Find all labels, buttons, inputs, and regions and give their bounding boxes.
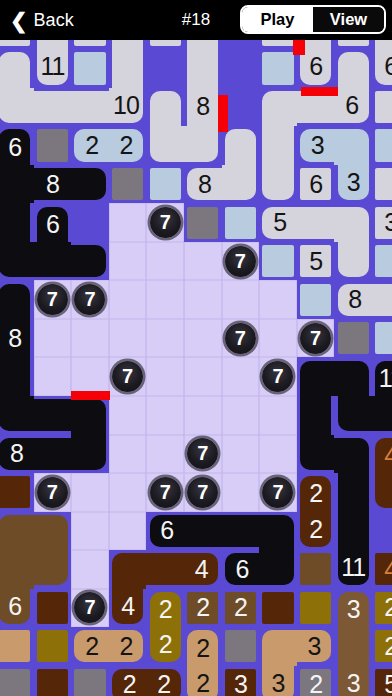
cell-r2c1[interactable] [34,91,72,123]
cell-r6c7[interactable] [262,245,293,277]
cell-r4c9[interactable]: 3 [338,165,369,200]
cell-r14c0[interactable] [0,550,34,589]
cell-r14c5[interactable]: 4 [184,553,218,585]
back-label: Back [34,10,74,31]
cell-r15c1[interactable] [37,592,68,624]
path-number: 3 [347,671,360,696]
clue-dot[interactable]: 7 [187,438,218,469]
path-number: 6 [160,518,173,543]
cell-r10c10[interactable] [372,396,392,431]
cell-r2c5[interactable]: 8 [187,88,218,127]
cell-r17c1[interactable] [37,669,68,696]
cell-r9c3[interactable]: 7 [109,357,147,396]
cell-r7c7[interactable] [259,280,297,319]
cell-r7c9[interactable]: 8 [338,284,372,316]
cell-r5c6[interactable] [225,207,256,239]
cell-r13c9[interactable] [338,512,369,551]
puzzle-board[interactable]: 1186116610866223886367537577887777118747… [0,11,392,696]
cell-r12c5[interactable]: 7 [184,473,222,512]
cell-r15c4[interactable]: 2 [150,592,181,627]
clue-dot[interactable]: 7 [112,361,143,392]
cell-r7c6[interactable] [222,280,260,319]
cell-r3c0[interactable]: 6 [0,129,30,164]
cell-r16c1[interactable] [37,630,68,662]
app-screen: 1186116610866223886367537577887777118747… [0,0,392,696]
cell-r10c5[interactable] [184,396,222,435]
cell-r3c8[interactable]: 3 [300,129,334,161]
cell-r1c5[interactable] [187,49,218,88]
cell-r11c1[interactable] [34,438,72,470]
path-number: 6 [309,172,322,197]
mode-segmented-control: Play View [240,5,386,34]
cell-r13c6[interactable] [222,515,260,547]
cell-r9c7[interactable]: 7 [259,357,297,396]
cell-r7c5[interactable] [184,280,222,319]
path-number: 2 [85,634,98,659]
cell-r15c8[interactable] [300,592,331,624]
path-number: 3 [311,133,324,158]
cell-r9c10[interactable]: 11 [375,361,392,396]
path-number: 4 [121,594,134,619]
cell-r8c9[interactable] [338,322,369,354]
path-number: 6 [384,54,392,79]
cell-r17c10[interactable]: 5 [375,669,392,696]
cell-r8c7[interactable] [259,319,297,358]
cell-r3c6[interactable] [225,129,256,164]
path-number: 4 [195,557,208,582]
cell-r14c4[interactable] [146,553,184,585]
clue-dot[interactable]: 7 [262,361,293,392]
cell-r9c8[interactable] [300,361,334,396]
clue-dot[interactable]: 7 [150,477,181,508]
path-number: 2 [123,672,136,696]
cell-r4c1[interactable]: 8 [34,168,72,200]
clue-dot[interactable]: 7 [225,246,256,277]
cell-r10c9[interactable] [338,396,372,431]
cell-r6c9[interactable] [338,242,369,277]
cell-r4c2[interactable] [71,168,105,200]
puzzle-number-title: #18 [182,0,210,40]
back-button[interactable]: ❮ Back [10,0,74,40]
cell-r7c0[interactable] [0,284,30,319]
cell-r6c0[interactable] [0,242,34,277]
cell-r14c8[interactable] [300,553,331,585]
cell-r9c9[interactable] [334,361,368,396]
clue-dot[interactable]: 7 [150,207,181,238]
cell-r11c5[interactable]: 7 [184,435,222,474]
path-number: 8 [348,287,361,312]
cell-r8c6[interactable]: 7 [222,319,260,358]
cell-r4c3[interactable] [112,168,143,200]
cell-r8c1[interactable] [34,319,72,358]
cell-r10c0[interactable] [0,396,34,431]
red-marker [301,87,338,96]
cell-r15c7[interactable] [262,592,293,624]
cell-r12c4[interactable]: 7 [146,473,184,512]
cell-r8c3[interactable] [109,319,147,358]
cell-r6c6[interactable]: 7 [222,242,260,281]
path-number: 3 [308,634,321,659]
path-number: 5 [309,249,322,274]
cell-r11c0[interactable]: 8 [0,438,34,470]
cell-r1c0[interactable] [0,52,30,87]
cell-r7c1[interactable]: 7 [34,280,72,319]
cell-r5c7[interactable]: 5 [262,207,296,239]
cell-r15c2[interactable]: 7 [71,589,109,628]
cell-r10c2[interactable] [71,399,105,434]
cell-r3c5[interactable] [184,126,218,161]
cell-r3c7[interactable] [262,126,293,165]
cell-r12c9[interactable] [338,473,369,512]
path-number: 6 [309,54,322,79]
cell-r14c6[interactable]: 6 [225,553,259,585]
cell-r15c0[interactable]: 6 [0,589,30,624]
cell-r15c3[interactable]: 4 [112,589,143,624]
red-marker [218,95,228,132]
cell-r1c7[interactable] [262,52,293,84]
cell-r11c3[interactable] [109,435,147,474]
cell-r10c4[interactable] [146,396,184,435]
cell-r12c1[interactable]: 7 [34,473,72,512]
cell-r13c1[interactable] [34,515,68,550]
path-number: 8 [196,94,209,119]
path-number: 6 [8,594,21,619]
cell-r13c2[interactable] [71,512,109,551]
cell-r8c0[interactable]: 8 [0,319,30,358]
cell-r4c5[interactable]: 8 [187,168,221,200]
cell-r9c5[interactable] [184,357,222,396]
cell-r17c6[interactable]: 3 [225,669,256,696]
clue-dot[interactable]: 7 [37,284,68,315]
cell-r14c9[interactable]: 11 [338,550,369,585]
cell-r3c1[interactable] [37,129,68,161]
cell-r17c8[interactable]: 2 [300,669,331,696]
path-number: 2 [85,133,98,158]
cell-r16c4[interactable]: 2 [150,627,181,662]
cell-r2c10[interactable] [375,91,392,123]
cell-r13c3[interactable] [109,512,147,551]
path-number: 2 [159,632,172,657]
cell-r17c5[interactable]: 2 [187,666,218,696]
cell-r4c10[interactable] [375,168,392,200]
path-number: 2 [120,634,133,659]
cell-r17c7[interactable]: 3 [262,666,293,696]
cell-r2c2[interactable] [71,91,109,123]
path-number: 2 [309,481,322,506]
cell-r15c5[interactable]: 2 [187,592,218,624]
cell-r6c4[interactable] [146,242,184,281]
path-number: 3 [347,170,360,195]
cell-r16c2[interactable]: 2 [74,630,108,662]
tab-play[interactable]: Play [242,7,313,32]
path-number: 2 [384,634,392,659]
path-number: 3 [384,210,392,235]
cell-r10c6[interactable] [222,396,260,435]
cell-r6c3[interactable] [109,242,147,281]
cell-r6c1[interactable] [34,242,72,277]
cell-r2c3[interactable]: 10 [109,88,143,123]
path-number: 6 [345,93,358,118]
cell-r12c2[interactable] [71,473,109,512]
path-number: 3 [347,597,360,622]
cell-r11c4[interactable] [146,435,184,474]
path-number: 2 [196,671,209,696]
cell-r6c10[interactable] [375,245,392,277]
cell-r16c10[interactable]: 2 [375,630,392,662]
cell-r10c7[interactable] [259,396,297,435]
cell-r10c3[interactable] [109,396,147,435]
cell-r9c1[interactable] [34,357,72,396]
cell-r9c4[interactable] [146,357,184,396]
path-number: 2 [309,672,322,696]
cell-r17c3[interactable]: 2 [112,669,146,696]
cell-r14c1[interactable] [34,550,68,585]
cell-r12c6[interactable] [222,473,260,512]
cell-r13c5[interactable] [184,515,222,547]
cell-r10c1[interactable] [34,399,72,431]
cell-r5c0[interactable] [0,203,30,242]
cell-r7c8[interactable] [300,284,331,316]
cell-r4c7[interactable] [262,165,293,200]
cell-r6c8[interactable]: 5 [300,245,331,277]
path-number: 6 [236,557,249,582]
cell-r8c4[interactable] [146,319,184,358]
cell-r2c0[interactable] [0,88,34,123]
path-number: 11 [379,366,392,391]
cell-r15c6[interactable]: 2 [225,592,256,624]
cell-r13c8[interactable]: 2 [300,512,331,547]
cell-r4c6[interactable] [222,165,256,200]
tab-view[interactable]: View [313,7,384,32]
path-number: 6 [8,135,21,160]
cell-r8c5[interactable] [184,319,222,358]
cell-r7c4[interactable] [146,280,184,319]
cell-r5c3[interactable] [109,203,147,242]
cell-r7c3[interactable] [109,280,147,319]
cell-r1c3[interactable] [112,49,143,88]
cell-r3c9[interactable] [334,129,368,164]
path-number: 2 [120,133,133,158]
cell-r2c4[interactable] [150,91,181,126]
cell-r8c2[interactable] [71,319,109,358]
path-number: 2 [196,636,209,661]
cell-r4c8[interactable]: 6 [300,168,331,200]
cell-r16c7[interactable] [262,630,296,665]
cell-r11c8[interactable] [300,435,334,470]
cell-r6c2[interactable] [71,245,105,277]
cell-r7c10[interactable] [372,284,392,316]
cell-r14c7[interactable] [259,550,293,585]
path-number: 2 [309,517,322,542]
cell-r16c8[interactable]: 3 [297,630,331,662]
cell-r5c1[interactable]: 6 [37,207,68,242]
clue-dot[interactable]: 7 [225,323,256,354]
cell-r7c2[interactable]: 7 [71,280,109,319]
cell-r3c3[interactable]: 2 [109,129,143,161]
cell-r13c7[interactable] [259,515,293,550]
path-number: 6 [46,212,59,237]
cell-r16c0[interactable] [0,630,30,662]
clue-dot[interactable]: 7 [300,323,331,354]
cell-r14c3[interactable] [112,553,146,588]
path-number: 8 [46,172,59,197]
cell-r14c10[interactable]: 4 [375,553,392,585]
cell-r4c4[interactable] [150,168,181,200]
cell-r11c9[interactable] [334,438,368,473]
red-marker [71,391,110,400]
cell-r3c2[interactable]: 2 [74,129,108,161]
cell-r11c7[interactable] [259,435,297,474]
path-number: 8 [8,326,21,351]
path-number: 11 [40,54,64,79]
path-number: 11 [341,555,365,580]
cell-r5c4[interactable]: 7 [146,203,184,242]
cell-r12c3[interactable] [109,473,147,512]
cell-r12c7[interactable]: 7 [259,473,297,512]
cell-r16c5[interactable]: 2 [187,630,218,665]
cell-r4c0[interactable] [0,165,34,204]
cell-r11c6[interactable] [222,435,260,474]
cell-r1c2[interactable] [74,52,105,84]
cell-r11c10[interactable]: 4 [375,438,392,473]
cell-r12c0[interactable] [0,476,30,508]
path-number: 4 [384,443,392,468]
cell-r9c0[interactable] [0,357,30,396]
cell-r17c0[interactable] [0,669,30,696]
cell-r1c9[interactable] [338,52,369,87]
cell-r5c10[interactable]: 3 [375,207,392,239]
cell-r11c2[interactable] [71,435,105,470]
path-number: 8 [10,441,23,466]
cell-r17c9[interactable]: 3 [338,666,369,696]
cell-r1c1[interactable]: 11 [37,49,68,84]
path-number: 2 [159,597,172,622]
cell-r10c8[interactable] [300,396,331,435]
clue-dot[interactable]: 7 [74,592,105,623]
cell-r13c4[interactable]: 6 [150,515,184,547]
cell-r14c2[interactable] [71,550,109,589]
cell-r13c0[interactable] [0,515,34,550]
cell-r3c4[interactable] [150,126,184,161]
cell-r2c7[interactable] [262,91,296,126]
cell-r3c10[interactable] [375,129,392,161]
clue-dot[interactable]: 7 [74,284,105,315]
path-number: 2 [234,595,247,620]
chevron-left-icon: ❮ [10,10,28,31]
path-number: 2 [196,595,209,620]
clue-dot[interactable]: 7 [187,477,218,508]
path-number: 8 [198,172,211,197]
path-number: 5 [384,672,392,696]
cell-r12c10[interactable] [375,473,392,508]
cell-r1c10[interactable]: 6 [375,49,392,84]
cell-r5c8[interactable] [297,207,335,239]
nav-bar: ❮ Back #18 Play View [0,0,392,40]
cell-r16c3[interactable]: 2 [109,630,143,662]
path-number: 3 [234,672,247,696]
cell-r15c9[interactable]: 3 [338,592,369,627]
path-number: 2 [157,672,170,696]
path-number: 2 [384,595,392,620]
clue-dot[interactable]: 7 [37,477,68,508]
cell-r5c9[interactable] [334,207,368,242]
red-marker [293,40,305,55]
path-number: 4 [384,557,392,582]
path-number: 10 [113,93,139,118]
cell-r8c8[interactable]: 7 [297,319,335,358]
cell-r8c10[interactable] [375,322,392,354]
cell-r16c6[interactable] [225,630,256,662]
cell-r6c5[interactable] [184,242,222,281]
cell-r17c2[interactable] [74,669,105,696]
cell-r9c6[interactable] [222,357,260,396]
cell-r15c10[interactable]: 2 [375,592,392,624]
cell-r5c5[interactable] [187,207,218,239]
path-number: 5 [273,210,286,235]
cell-r17c4[interactable]: 2 [146,669,180,696]
cell-r12c8[interactable]: 2 [300,476,331,511]
path-number: 3 [272,671,285,696]
cell-r2c9[interactable]: 6 [334,88,368,123]
clue-dot[interactable]: 7 [262,477,293,508]
cell-r16c9[interactable] [338,627,369,666]
